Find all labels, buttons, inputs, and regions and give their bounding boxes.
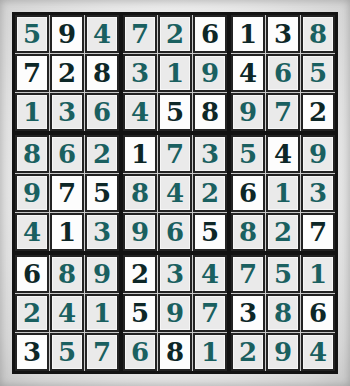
cell-r2c9[interactable]: 5 xyxy=(301,54,335,92)
cell-r4c4[interactable]: 1 xyxy=(123,135,157,173)
cell-r1c8[interactable]: 3 xyxy=(266,15,300,53)
cell-r4c8[interactable]: 4 xyxy=(266,135,300,173)
cell-r8c1[interactable]: 2 xyxy=(15,294,49,332)
box-2-2: 173842965 xyxy=(121,133,229,253)
cell-r3c2[interactable]: 3 xyxy=(50,93,84,131)
cell-r3c4[interactable]: 4 xyxy=(123,93,157,131)
cell-r5c3[interactable]: 5 xyxy=(85,174,119,212)
cell-r4c5[interactable]: 7 xyxy=(158,135,192,173)
cell-r3c9[interactable]: 2 xyxy=(301,93,335,131)
cell-r1c5[interactable]: 2 xyxy=(158,15,192,53)
cell-r8c2[interactable]: 4 xyxy=(50,294,84,332)
cell-r6c9[interactable]: 7 xyxy=(301,213,335,251)
cell-r7c9[interactable]: 1 xyxy=(301,255,335,293)
cell-r9c6[interactable]: 1 xyxy=(193,333,227,371)
cell-r7c3[interactable]: 9 xyxy=(85,255,119,293)
cell-r8c7[interactable]: 3 xyxy=(231,294,265,332)
cell-r5c5[interactable]: 4 xyxy=(158,174,192,212)
cell-r9c5[interactable]: 8 xyxy=(158,333,192,371)
cell-r6c3[interactable]: 3 xyxy=(85,213,119,251)
cell-r1c4[interactable]: 7 xyxy=(123,15,157,53)
cell-r9c1[interactable]: 3 xyxy=(15,333,49,371)
cell-r5c7[interactable]: 6 xyxy=(231,174,265,212)
box-3-3: 751386294 xyxy=(229,253,337,373)
cell-r3c6[interactable]: 8 xyxy=(193,93,227,131)
cell-r2c1[interactable]: 7 xyxy=(15,54,49,92)
cell-r3c7[interactable]: 9 xyxy=(231,93,265,131)
cell-r4c7[interactable]: 5 xyxy=(231,135,265,173)
cell-r2c7[interactable]: 4 xyxy=(231,54,265,92)
cell-r4c3[interactable]: 2 xyxy=(85,135,119,173)
cell-r1c3[interactable]: 4 xyxy=(85,15,119,53)
cell-r9c9[interactable]: 4 xyxy=(301,333,335,371)
cell-r8c9[interactable]: 6 xyxy=(301,294,335,332)
cell-r7c7[interactable]: 7 xyxy=(231,255,265,293)
cell-r7c8[interactable]: 5 xyxy=(266,255,300,293)
cell-r6c1[interactable]: 4 xyxy=(15,213,49,251)
cell-r1c7[interactable]: 1 xyxy=(231,15,265,53)
cell-r1c2[interactable]: 9 xyxy=(50,15,84,53)
cell-r2c8[interactable]: 6 xyxy=(266,54,300,92)
cell-r1c6[interactable]: 6 xyxy=(193,15,227,53)
cell-r7c5[interactable]: 3 xyxy=(158,255,192,293)
cell-r7c4[interactable]: 2 xyxy=(123,255,157,293)
cell-r6c6[interactable]: 5 xyxy=(193,213,227,251)
cell-r4c1[interactable]: 8 xyxy=(15,135,49,173)
cell-r7c6[interactable]: 4 xyxy=(193,255,227,293)
cell-r6c2[interactable]: 1 xyxy=(50,213,84,251)
box-1-2: 726319458 xyxy=(121,13,229,133)
cell-r3c5[interactable]: 5 xyxy=(158,93,192,131)
sudoku-board: 5947281367263194581384659728629754131738… xyxy=(12,12,338,374)
cell-r9c7[interactable]: 2 xyxy=(231,333,265,371)
cell-r3c3[interactable]: 6 xyxy=(85,93,119,131)
cell-r5c2[interactable]: 7 xyxy=(50,174,84,212)
cell-r7c2[interactable]: 8 xyxy=(50,255,84,293)
cell-r7c1[interactable]: 6 xyxy=(15,255,49,293)
box-3-2: 234597681 xyxy=(121,253,229,373)
outer-frame: 5947281367263194581384659728629754131738… xyxy=(0,0,350,386)
cell-r5c4[interactable]: 8 xyxy=(123,174,157,212)
cell-r9c4[interactable]: 6 xyxy=(123,333,157,371)
cell-r3c1[interactable]: 1 xyxy=(15,93,49,131)
cell-r1c9[interactable]: 8 xyxy=(301,15,335,53)
cell-r6c4[interactable]: 9 xyxy=(123,213,157,251)
cell-r4c2[interactable]: 6 xyxy=(50,135,84,173)
cell-r8c3[interactable]: 1 xyxy=(85,294,119,332)
cell-r9c3[interactable]: 7 xyxy=(85,333,119,371)
box-1-3: 138465972 xyxy=(229,13,337,133)
cell-r2c6[interactable]: 9 xyxy=(193,54,227,92)
box-2-1: 862975413 xyxy=(13,133,121,253)
cell-r8c4[interactable]: 5 xyxy=(123,294,157,332)
cell-r3c8[interactable]: 7 xyxy=(266,93,300,131)
cell-r6c8[interactable]: 2 xyxy=(266,213,300,251)
box-2-3: 549613827 xyxy=(229,133,337,253)
box-1-1: 594728136 xyxy=(13,13,121,133)
cell-r6c5[interactable]: 6 xyxy=(158,213,192,251)
cell-r8c8[interactable]: 8 xyxy=(266,294,300,332)
cell-r9c2[interactable]: 5 xyxy=(50,333,84,371)
cell-r2c5[interactable]: 1 xyxy=(158,54,192,92)
cell-r4c6[interactable]: 3 xyxy=(193,135,227,173)
cell-r5c1[interactable]: 9 xyxy=(15,174,49,212)
box-3-1: 689241357 xyxy=(13,253,121,373)
cell-r2c4[interactable]: 3 xyxy=(123,54,157,92)
cell-r9c8[interactable]: 9 xyxy=(266,333,300,371)
cell-r5c9[interactable]: 3 xyxy=(301,174,335,212)
cell-r5c8[interactable]: 1 xyxy=(266,174,300,212)
cell-r2c2[interactable]: 2 xyxy=(50,54,84,92)
cell-r8c5[interactable]: 9 xyxy=(158,294,192,332)
cell-r2c3[interactable]: 8 xyxy=(85,54,119,92)
cell-r1c1[interactable]: 5 xyxy=(15,15,49,53)
cell-r8c6[interactable]: 7 xyxy=(193,294,227,332)
cell-r6c7[interactable]: 8 xyxy=(231,213,265,251)
cell-r4c9[interactable]: 9 xyxy=(301,135,335,173)
cell-r5c6[interactable]: 2 xyxy=(193,174,227,212)
